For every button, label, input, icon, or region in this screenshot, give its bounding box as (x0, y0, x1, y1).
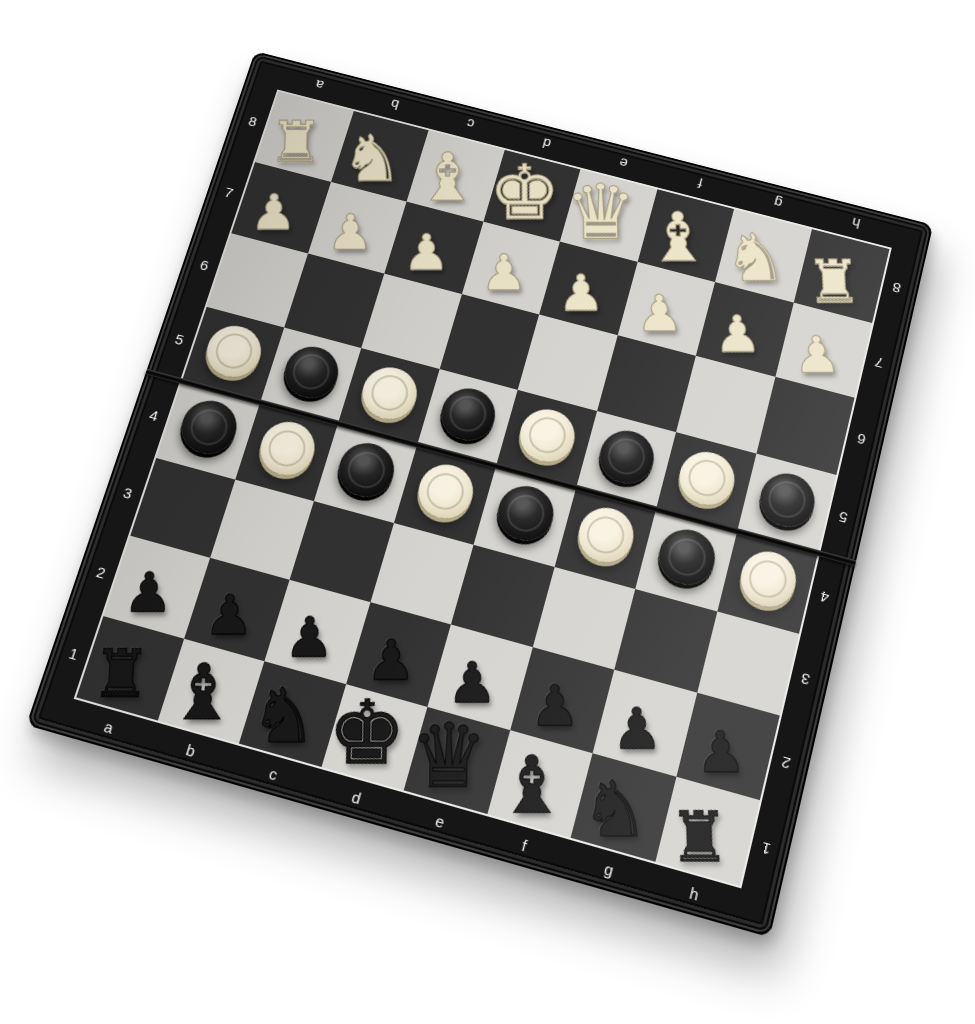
black-bishop[interactable]: ♝ (497, 746, 567, 825)
white-bishop[interactable]: ♝ (645, 203, 711, 270)
black-pawn[interactable]: ♟ (695, 724, 747, 781)
white-checker-disc[interactable] (356, 361, 423, 425)
black-knight[interactable]: ♞ (249, 679, 318, 754)
white-pawn[interactable]: ♟ (635, 289, 684, 339)
black-rook[interactable]: ♜ (90, 641, 153, 707)
white-pawn[interactable]: ♟ (792, 330, 842, 381)
white-rook[interactable]: ♜ (268, 114, 324, 171)
white-pawn[interactable]: ♟ (480, 249, 527, 299)
black-pawn[interactable]: ♟ (123, 566, 175, 621)
photo-background: abcdefgh abcdefgh 87654321 87654321 ♜♞♝♚… (0, 0, 975, 1024)
white-checker-disc[interactable] (514, 403, 580, 468)
black-knight[interactable]: ♞ (581, 771, 650, 848)
white-knight[interactable]: ♞ (723, 225, 788, 291)
white-rook[interactable]: ♜ (804, 252, 863, 311)
black-pawn[interactable]: ♟ (529, 678, 580, 734)
black-pawn[interactable]: ♟ (447, 656, 497, 712)
black-king[interactable]: ♚ (326, 689, 406, 777)
black-rook[interactable]: ♜ (668, 803, 730, 872)
white-pawn[interactable]: ♟ (713, 310, 762, 361)
white-pawn[interactable]: ♟ (250, 189, 298, 238)
black-checker-disc[interactable] (754, 467, 820, 533)
square-h8[interactable]: ♜ (793, 229, 889, 323)
black-checker-disc[interactable] (278, 341, 345, 405)
black-checker-disc[interactable] (435, 382, 502, 446)
black-bishop[interactable]: ♝ (167, 654, 239, 731)
black-checker-disc[interactable] (594, 425, 660, 490)
white-knight[interactable]: ♞ (340, 126, 403, 190)
black-checker-disc[interactable] (653, 524, 720, 591)
white-checker-disc[interactable] (253, 416, 321, 481)
white-pawn[interactable]: ♟ (403, 229, 450, 278)
black-pawn[interactable]: ♟ (365, 633, 416, 689)
white-checker-disc[interactable] (200, 320, 267, 383)
black-checker-disc[interactable] (492, 480, 559, 546)
black-queen[interactable]: ♛ (409, 712, 488, 801)
white-pawn[interactable]: ♟ (326, 209, 374, 258)
black-pawn[interactable]: ♟ (203, 588, 255, 643)
white-bishop[interactable]: ♝ (416, 144, 480, 210)
white-checker-disc[interactable] (735, 546, 802, 613)
black-pawn[interactable]: ♟ (612, 701, 663, 758)
white-pawn[interactable]: ♟ (557, 269, 605, 319)
chessboard: abcdefgh abcdefgh 87654321 87654321 ♜♞♝♚… (26, 51, 933, 937)
black-checker-disc[interactable] (332, 437, 400, 502)
white-checker-disc[interactable] (674, 446, 740, 512)
white-checker-disc[interactable] (412, 459, 480, 525)
black-pawn[interactable]: ♟ (284, 611, 335, 666)
white-king[interactable]: ♚ (488, 155, 561, 231)
white-checker-disc[interactable] (572, 502, 639, 569)
white-queen[interactable]: ♛ (564, 174, 638, 250)
black-checker-disc[interactable] (175, 395, 243, 460)
board-frame: abcdefgh abcdefgh 87654321 87654321 ♜♞♝♚… (26, 51, 933, 937)
